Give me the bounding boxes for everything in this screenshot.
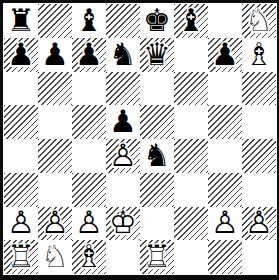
square-e4[interactable]: ♞♞ [140, 139, 174, 173]
square-a1[interactable]: ♜♖ [4, 240, 38, 274]
square-d8[interactable] [106, 4, 140, 38]
piece-glyph: ♚ [140, 4, 174, 38]
black-pawn-icon: ♟♟ [4, 38, 38, 72]
square-d3[interactable] [106, 173, 140, 207]
square-c3[interactable] [72, 173, 106, 207]
square-h6[interactable] [242, 72, 276, 106]
chess-diagram: ♜♜♝♝♚♚♝♝♞♘♟♟♟♟♟♟♞♞♛♛♟♟♝♗♟♟♟♙♞♞♟♙♟♙♟♙♚♔♟♙… [0, 0, 279, 280]
black-knight-icon: ♞♞ [106, 38, 140, 72]
white-king-icon: ♚♔ [106, 207, 140, 241]
square-a7[interactable]: ♟♟ [4, 38, 38, 72]
square-e8[interactable]: ♚♚ [140, 4, 174, 38]
square-h8[interactable]: ♞♘ [242, 4, 276, 38]
piece-glyph: ♗ [72, 240, 106, 274]
square-e3[interactable] [140, 173, 174, 207]
black-rook-icon: ♜♜ [4, 4, 38, 38]
piece-glyph: ♙ [4, 207, 38, 241]
piece-glyph: ♖ [4, 240, 38, 274]
piece-glyph: ♟ [208, 38, 242, 72]
chess-board: ♜♜♝♝♚♚♝♝♞♘♟♟♟♟♟♟♞♞♛♛♟♟♝♗♟♟♟♙♞♞♟♙♟♙♟♙♚♔♟♙… [4, 4, 276, 274]
piece-glyph: ♙ [208, 207, 242, 241]
square-a3[interactable] [4, 173, 38, 207]
piece-glyph: ♟ [72, 38, 106, 72]
square-a8[interactable]: ♜♜ [4, 4, 38, 38]
square-h7[interactable]: ♝♗ [242, 38, 276, 72]
square-c1[interactable]: ♝♗ [72, 240, 106, 274]
square-a4[interactable] [4, 139, 38, 173]
square-e6[interactable] [140, 72, 174, 106]
black-pawn-icon: ♟♟ [208, 38, 242, 72]
black-pawn-icon: ♟♟ [72, 38, 106, 72]
piece-glyph: ♗ [242, 38, 276, 72]
square-b6[interactable] [38, 72, 72, 106]
piece-glyph: ♙ [72, 207, 106, 241]
white-bishop-icon: ♝♗ [72, 240, 106, 274]
piece-glyph: ♔ [106, 207, 140, 241]
black-pawn-icon: ♟♟ [106, 105, 140, 139]
piece-glyph: ♟ [38, 38, 72, 72]
square-f5[interactable] [174, 105, 208, 139]
black-bishop-icon: ♝♝ [174, 4, 208, 38]
square-h4[interactable] [242, 139, 276, 173]
white-pawn-icon: ♟♙ [106, 139, 140, 173]
square-g2[interactable]: ♟♙ [208, 207, 242, 241]
white-bishop-icon: ♝♗ [242, 38, 276, 72]
square-e2[interactable] [140, 207, 174, 241]
piece-glyph: ♜ [4, 4, 38, 38]
white-pawn-icon: ♟♙ [208, 207, 242, 241]
black-pawn-icon: ♟♟ [38, 38, 72, 72]
square-d4[interactable]: ♟♙ [106, 139, 140, 173]
square-g8[interactable] [208, 4, 242, 38]
square-f6[interactable] [174, 72, 208, 106]
square-g4[interactable] [208, 139, 242, 173]
square-e7[interactable]: ♛♛ [140, 38, 174, 72]
square-f1[interactable] [174, 240, 208, 274]
piece-glyph: ♛ [140, 38, 174, 72]
square-f7[interactable] [174, 38, 208, 72]
white-knight-icon: ♞♘ [242, 4, 276, 38]
square-h3[interactable] [242, 173, 276, 207]
square-a6[interactable] [4, 72, 38, 106]
square-g1[interactable] [208, 240, 242, 274]
piece-glyph: ♟ [4, 38, 38, 72]
piece-glyph: ♝ [72, 4, 106, 38]
piece-glyph: ♖ [140, 240, 174, 274]
square-f2[interactable] [174, 207, 208, 241]
square-b4[interactable] [38, 139, 72, 173]
white-rook-icon: ♜♖ [4, 240, 38, 274]
square-g3[interactable] [208, 173, 242, 207]
black-queen-icon: ♛♛ [140, 38, 174, 72]
square-b8[interactable] [38, 4, 72, 38]
square-h5[interactable] [242, 105, 276, 139]
square-f3[interactable] [174, 173, 208, 207]
square-c4[interactable] [72, 139, 106, 173]
piece-glyph: ♝ [174, 4, 208, 38]
piece-glyph: ♘ [38, 240, 72, 274]
piece-glyph: ♙ [242, 207, 276, 241]
square-c6[interactable] [72, 72, 106, 106]
white-pawn-icon: ♟♙ [4, 207, 38, 241]
square-b2[interactable]: ♟♙ [38, 207, 72, 241]
black-king-icon: ♚♚ [140, 4, 174, 38]
square-d2[interactable]: ♚♔ [106, 207, 140, 241]
square-a5[interactable] [4, 105, 38, 139]
square-h2[interactable]: ♟♙ [242, 207, 276, 241]
white-pawn-icon: ♟♙ [72, 207, 106, 241]
square-g7[interactable]: ♟♟ [208, 38, 242, 72]
square-g6[interactable] [208, 72, 242, 106]
square-g5[interactable] [208, 105, 242, 139]
white-knight-icon: ♞♘ [38, 240, 72, 274]
square-c8[interactable]: ♝♝ [72, 4, 106, 38]
square-c7[interactable]: ♟♟ [72, 38, 106, 72]
square-d5[interactable]: ♟♟ [106, 105, 140, 139]
piece-glyph: ♙ [38, 207, 72, 241]
square-h1[interactable] [242, 240, 276, 274]
square-c2[interactable]: ♟♙ [72, 207, 106, 241]
white-rook-icon: ♜♖ [140, 240, 174, 274]
white-pawn-icon: ♟♙ [38, 207, 72, 241]
square-e5[interactable] [140, 105, 174, 139]
square-b3[interactable] [38, 173, 72, 207]
square-c5[interactable] [72, 105, 106, 139]
square-b1[interactable]: ♞♘ [38, 240, 72, 274]
square-f8[interactable]: ♝♝ [174, 4, 208, 38]
black-bishop-icon: ♝♝ [72, 4, 106, 38]
piece-glyph: ♙ [106, 139, 140, 173]
piece-glyph: ♟ [106, 105, 140, 139]
black-knight-icon: ♞♞ [140, 139, 174, 173]
square-b7[interactable]: ♟♟ [38, 38, 72, 72]
piece-glyph: ♘ [242, 4, 276, 38]
square-d1[interactable] [106, 240, 140, 274]
piece-glyph: ♞ [140, 139, 174, 173]
white-pawn-icon: ♟♙ [242, 207, 276, 241]
square-a2[interactable]: ♟♙ [4, 207, 38, 241]
square-f4[interactable] [174, 139, 208, 173]
square-e1[interactable]: ♜♖ [140, 240, 174, 274]
piece-glyph: ♞ [106, 38, 140, 72]
square-d6[interactable] [106, 72, 140, 106]
square-d7[interactable]: ♞♞ [106, 38, 140, 72]
square-b5[interactable] [38, 105, 72, 139]
